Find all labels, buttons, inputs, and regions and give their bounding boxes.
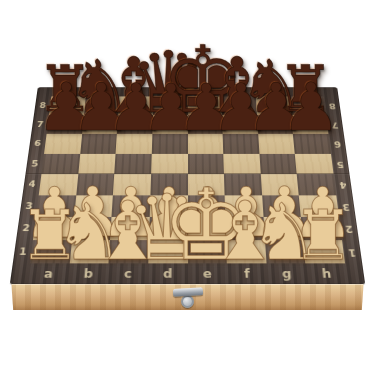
metal-clasp[interactable] xyxy=(170,288,206,308)
square-h7[interactable] xyxy=(291,115,328,134)
square-g8[interactable] xyxy=(256,96,292,114)
square-e2[interactable] xyxy=(188,217,227,240)
file-label-e: e xyxy=(188,263,228,284)
square-c8[interactable] xyxy=(118,96,153,114)
square-c1[interactable] xyxy=(109,240,149,264)
file-label-g: g xyxy=(255,87,290,96)
square-b2[interactable] xyxy=(72,217,112,240)
square-g5[interactable] xyxy=(259,153,297,173)
clasp-plate-icon xyxy=(172,287,202,297)
square-f1[interactable] xyxy=(226,240,266,264)
square-b8[interactable] xyxy=(84,96,120,114)
square-c7[interactable] xyxy=(117,115,153,134)
file-label-g: g xyxy=(266,263,307,284)
square-a1[interactable] xyxy=(30,240,72,264)
square-d3[interactable] xyxy=(150,195,188,217)
rank-label-1: 1 xyxy=(342,240,362,264)
square-a5[interactable] xyxy=(41,153,79,173)
square-b1[interactable] xyxy=(69,240,110,264)
square-c5[interactable] xyxy=(114,153,151,173)
square-d4[interactable] xyxy=(150,174,187,195)
square-h4[interactable] xyxy=(297,174,336,195)
rank-label-6: 6 xyxy=(328,134,346,154)
rank-label-7: 7 xyxy=(326,115,344,134)
product-photo: abcdefgh abcdefgh 87654321 87654321 ♜♞♝♛… xyxy=(0,0,375,375)
square-a8[interactable] xyxy=(49,96,85,114)
square-g7[interactable] xyxy=(257,115,293,134)
square-h6[interactable] xyxy=(293,134,331,154)
square-e7[interactable] xyxy=(188,115,223,134)
file-label-c: c xyxy=(119,87,153,96)
square-f4[interactable] xyxy=(224,174,262,195)
square-e3[interactable] xyxy=(188,195,226,217)
square-f2[interactable] xyxy=(225,217,264,240)
square-f5[interactable] xyxy=(223,153,260,173)
square-c3[interactable] xyxy=(112,195,151,217)
square-b5[interactable] xyxy=(78,153,116,173)
file-label-h: h xyxy=(289,87,324,96)
rank-label-3: 3 xyxy=(336,195,355,217)
square-a7[interactable] xyxy=(47,115,84,134)
square-h2[interactable] xyxy=(301,217,342,240)
square-g6[interactable] xyxy=(258,134,295,154)
square-g4[interactable] xyxy=(261,174,300,195)
square-g2[interactable] xyxy=(263,217,303,240)
square-d2[interactable] xyxy=(149,217,188,240)
square-e8[interactable] xyxy=(188,96,223,114)
square-h1[interactable] xyxy=(303,240,345,264)
square-h8[interactable] xyxy=(290,96,326,114)
square-a6[interactable] xyxy=(44,134,82,154)
box-front-edge xyxy=(10,284,365,310)
file-label-f: f xyxy=(227,263,268,284)
square-b6[interactable] xyxy=(80,134,117,154)
square-e6[interactable] xyxy=(188,134,224,154)
square-a3[interactable] xyxy=(36,195,76,217)
file-label-h: h xyxy=(306,263,348,284)
file-label-b: b xyxy=(85,87,120,96)
square-d7[interactable] xyxy=(152,115,187,134)
file-label-a: a xyxy=(51,87,86,96)
board-frame: abcdefgh abcdefgh 87654321 87654321 xyxy=(10,87,365,284)
square-h5[interactable] xyxy=(295,153,333,173)
chess-board: abcdefgh abcdefgh 87654321 87654321 xyxy=(10,87,365,284)
square-b4[interactable] xyxy=(76,174,115,195)
clasp-ring-icon xyxy=(181,295,194,308)
square-b3[interactable] xyxy=(74,195,113,217)
square-f6[interactable] xyxy=(223,134,259,154)
square-c2[interactable] xyxy=(110,217,149,240)
square-d1[interactable] xyxy=(148,240,187,264)
square-g1[interactable] xyxy=(265,240,306,264)
file-label-a: a xyxy=(27,263,69,284)
square-e4[interactable] xyxy=(188,174,225,195)
square-c4[interactable] xyxy=(113,174,151,195)
square-a2[interactable] xyxy=(33,217,74,240)
rank-label-4: 4 xyxy=(334,174,353,195)
file-label-d: d xyxy=(147,263,187,284)
file-labels-bottom: abcdefgh xyxy=(27,263,347,284)
square-c6[interactable] xyxy=(116,134,152,154)
square-b7[interactable] xyxy=(82,115,118,134)
square-d5[interactable] xyxy=(151,153,188,173)
file-label-f: f xyxy=(221,87,255,96)
square-e5[interactable] xyxy=(188,153,225,173)
square-h3[interactable] xyxy=(299,195,339,217)
square-f7[interactable] xyxy=(222,115,258,134)
board-grid xyxy=(30,96,345,263)
file-label-b: b xyxy=(67,263,108,284)
rank-label-5: 5 xyxy=(331,153,350,173)
square-f8[interactable] xyxy=(222,96,257,114)
square-d6[interactable] xyxy=(152,134,188,154)
rank-label-8: 8 xyxy=(324,96,341,114)
file-label-c: c xyxy=(107,263,148,284)
chess-set-scene: abcdefgh abcdefgh 87654321 87654321 ♜♞♝♛… xyxy=(0,0,375,375)
square-d8[interactable] xyxy=(153,96,188,114)
square-g3[interactable] xyxy=(262,195,301,217)
square-a4[interactable] xyxy=(39,174,78,195)
brass-hinge-icon xyxy=(181,84,194,90)
square-f3[interactable] xyxy=(225,195,264,217)
fold-seam xyxy=(25,173,349,175)
rank-label-2: 2 xyxy=(339,217,359,240)
square-e1[interactable] xyxy=(188,240,227,264)
